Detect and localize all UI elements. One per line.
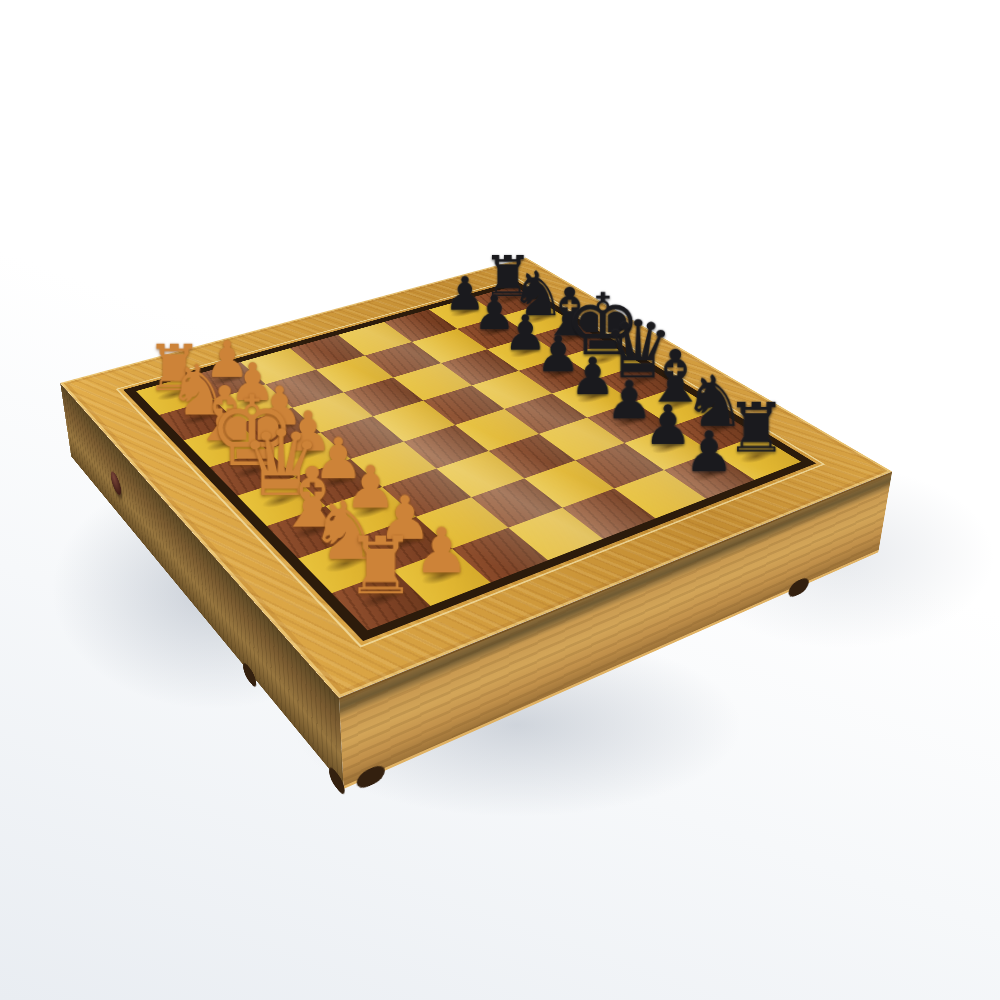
piece-white-rook-a1[interactable]: ♜ <box>345 527 416 606</box>
photo-stage: ♜♟♞♟♝♟♚♟♟♛♜♟♟♝♞♟♟♞♝♟♟♜♚♟♟♛♟♝♟♞♟♜ <box>0 0 1000 1000</box>
drawer-knob <box>110 467 123 499</box>
piece-black-rook-a8[interactable]: ♜ <box>726 395 787 463</box>
box-foot <box>242 659 257 691</box>
box-foot <box>356 762 385 791</box>
piece-white-pawn-a2[interactable]: ♟ <box>414 519 470 581</box>
scene: ♜♟♞♟♝♟♚♟♟♛♜♟♟♝♞♟♟♞♝♟♟♜♚♟♟♛♟♝♟♞♟♜ <box>0 0 1000 1000</box>
piece-black-pawn-a7[interactable]: ♟ <box>684 424 734 480</box>
box-foot <box>788 575 810 599</box>
